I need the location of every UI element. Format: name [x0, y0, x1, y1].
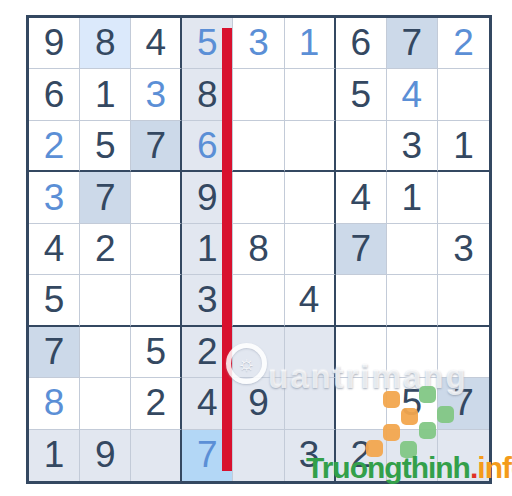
- cell-r3c8[interactable]: 3: [387, 121, 438, 172]
- cell-r5c6[interactable]: [285, 224, 336, 275]
- cell-r7c3[interactable]: 5: [131, 327, 182, 378]
- cell-r7c7[interactable]: [336, 327, 387, 378]
- cell-r3c7[interactable]: [336, 121, 387, 172]
- cell-r4c5[interactable]: [233, 172, 284, 223]
- logo-pixel-orange: [383, 424, 400, 441]
- sudoku-board: 9845316726138542576313794142187353475282…: [26, 15, 492, 484]
- brand-site-text: Truongthinh: [306, 451, 470, 484]
- cell-r4c3[interactable]: [131, 172, 182, 223]
- cell-r6c7[interactable]: [336, 275, 387, 326]
- cell-r4c8[interactable]: 1: [387, 172, 438, 223]
- cell-r1c6[interactable]: 1: [285, 18, 336, 69]
- cell-r6c9[interactable]: [438, 275, 489, 326]
- cell-r2c5[interactable]: [233, 69, 284, 120]
- cell-r5c8[interactable]: [387, 224, 438, 275]
- cell-r3c5[interactable]: [233, 121, 284, 172]
- cell-r8c2[interactable]: [80, 378, 131, 429]
- cell-r5c9[interactable]: 3: [438, 224, 489, 275]
- brand-tld-text: info: [477, 451, 512, 484]
- cell-r1c9[interactable]: 2: [438, 18, 489, 69]
- cell-r4c2[interactable]: 7: [80, 172, 131, 223]
- cell-r1c2[interactable]: 8: [80, 18, 131, 69]
- cell-r2c6[interactable]: [285, 69, 336, 120]
- cell-r6c6[interactable]: 4: [285, 275, 336, 326]
- cell-r1c8[interactable]: 7: [387, 18, 438, 69]
- cell-r4c1[interactable]: 3: [29, 172, 80, 223]
- cell-r8c5[interactable]: 9: [233, 378, 284, 429]
- cell-r7c8[interactable]: [387, 327, 438, 378]
- cell-r2c1[interactable]: 6: [29, 69, 80, 120]
- logo-pixel-green: [437, 406, 454, 423]
- cell-r5c1[interactable]: 4: [29, 224, 80, 275]
- cell-r1c1[interactable]: 9: [29, 18, 80, 69]
- cell-r1c5[interactable]: 3: [233, 18, 284, 69]
- cell-r7c5[interactable]: [233, 327, 284, 378]
- cell-r7c9[interactable]: [438, 327, 489, 378]
- cell-r3c9[interactable]: 1: [438, 121, 489, 172]
- cell-r1c3[interactable]: 4: [131, 18, 182, 69]
- cell-r8c3[interactable]: 2: [131, 378, 182, 429]
- cell-r1c7[interactable]: 6: [336, 18, 387, 69]
- cell-r2c7[interactable]: 5: [336, 69, 387, 120]
- cell-r7c1[interactable]: 7: [29, 327, 80, 378]
- cell-r4c6[interactable]: [285, 172, 336, 223]
- column-complete-line: [222, 28, 232, 471]
- cell-r6c1[interactable]: 5: [29, 275, 80, 326]
- cell-r7c2[interactable]: [80, 327, 131, 378]
- cell-r2c3[interactable]: 3: [131, 69, 182, 120]
- cell-r3c6[interactable]: [285, 121, 336, 172]
- cell-r2c2[interactable]: 1: [80, 69, 131, 120]
- cell-r5c3[interactable]: [131, 224, 182, 275]
- cell-r5c7[interactable]: 7: [336, 224, 387, 275]
- cell-r7c6[interactable]: [285, 327, 336, 378]
- cell-r4c7[interactable]: 4: [336, 172, 387, 223]
- cell-r8c6[interactable]: [285, 378, 336, 429]
- logo-pixel-orange: [401, 408, 418, 425]
- cell-r9c5[interactable]: [233, 430, 284, 481]
- cell-r3c3[interactable]: 7: [131, 121, 182, 172]
- cell-r9c3[interactable]: [131, 430, 182, 481]
- cell-r5c5[interactable]: 8: [233, 224, 284, 275]
- logo-pixel-orange: [383, 391, 400, 408]
- cell-r9c2[interactable]: 9: [80, 430, 131, 481]
- cell-r4c9[interactable]: [438, 172, 489, 223]
- cell-r6c8[interactable]: [387, 275, 438, 326]
- cell-r2c9[interactable]: [438, 69, 489, 120]
- cell-r6c5[interactable]: [233, 275, 284, 326]
- cell-r3c2[interactable]: 5: [80, 121, 131, 172]
- cell-r8c7[interactable]: [336, 378, 387, 429]
- truongthinh-wordmark: Truongthinh.info: [306, 453, 512, 483]
- cell-r5c2[interactable]: 2: [80, 224, 131, 275]
- cell-r6c2[interactable]: [80, 275, 131, 326]
- logo-pixel-green: [419, 422, 436, 439]
- cell-r6c3[interactable]: [131, 275, 182, 326]
- cell-r2c8[interactable]: 4: [387, 69, 438, 120]
- cell-r3c1[interactable]: 2: [29, 121, 80, 172]
- logo-pixel-green: [419, 386, 436, 403]
- cell-r8c1[interactable]: 8: [29, 378, 80, 429]
- cell-r9c1[interactable]: 1: [29, 430, 80, 481]
